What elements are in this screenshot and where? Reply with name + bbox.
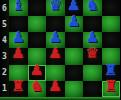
rank-label-4: 4: [0, 32, 9, 48]
board-square-a3[interactable]: ♟: [9, 48, 28, 64]
rank-label-strip: 654321: [0, 0, 9, 97]
blue-knight-piece[interactable]: ♞: [83, 0, 102, 14]
board-square-e2[interactable]: [83, 65, 102, 81]
board-square-d4[interactable]: [65, 32, 84, 48]
board-bottom-edge: [0, 97, 120, 100]
red-pawn-piece[interactable]: ♟: [9, 44, 28, 62]
board-square-b4[interactable]: [28, 32, 47, 48]
rank-label-5: 5: [0, 16, 9, 32]
red-rook-piece[interactable]: ♜: [9, 77, 28, 95]
board-square-f4[interactable]: [102, 32, 121, 48]
blue-pawn-piece[interactable]: ♟: [65, 12, 84, 30]
board-square-c3[interactable]: ♟: [46, 48, 65, 64]
board-area: 654321 ♝♛♟♞♟♟♟♟♟♟♛♟♜♜♞♟♜: [0, 0, 120, 97]
rank-label-1: 1: [0, 81, 9, 97]
board-square-b5[interactable]: [28, 16, 47, 32]
rank-label-6: 6: [0, 0, 9, 16]
chess-game-window: 654321 ♝♛♟♞♟♟♟♟♟♟♛♟♜♜♞♟♜: [0, 0, 120, 100]
board-square-d5[interactable]: ♟: [65, 16, 84, 32]
chess-board[interactable]: ♝♛♟♞♟♟♟♟♟♟♛♟♜♜♞♟♜: [9, 0, 120, 97]
board-square-d1[interactable]: [65, 81, 84, 97]
red-pawn-piece[interactable]: ♟: [46, 77, 65, 95]
board-square-b6[interactable]: [28, 0, 47, 16]
blue-queen-piece[interactable]: ♛: [46, 0, 65, 14]
board-square-f6[interactable]: [102, 0, 121, 16]
red-rook-piece[interactable]: ♜: [102, 77, 121, 95]
rank-label-2: 2: [0, 65, 9, 81]
board-square-a1[interactable]: ♜: [9, 81, 28, 97]
board-square-e6[interactable]: ♞: [83, 0, 102, 16]
board-square-b1[interactable]: ♞: [28, 81, 47, 97]
blue-bishop-piece[interactable]: ♝: [9, 0, 28, 14]
board-square-e3[interactable]: ♛: [83, 48, 102, 64]
red-pawn-piece[interactable]: ♟: [46, 44, 65, 62]
red-queen-piece[interactable]: ♛: [83, 44, 102, 62]
board-square-f5[interactable]: [102, 16, 121, 32]
board-square-d2[interactable]: [65, 65, 84, 81]
board-square-c6[interactable]: ♛: [46, 0, 65, 16]
board-square-d3[interactable]: [65, 48, 84, 64]
board-square-c1[interactable]: ♟: [46, 81, 65, 97]
board-square-a6[interactable]: ♝: [9, 0, 28, 16]
rank-label-3: 3: [0, 49, 9, 65]
red-knight-piece[interactable]: ♞: [28, 77, 47, 95]
board-square-e1[interactable]: [83, 81, 102, 97]
board-square-f1[interactable]: ♜: [102, 81, 121, 97]
